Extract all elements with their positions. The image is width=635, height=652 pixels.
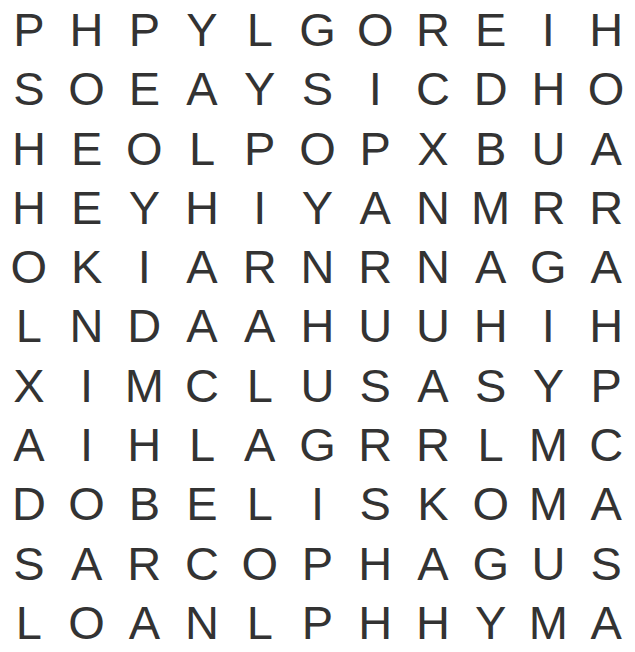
grid-cell-r1c11[interactable]: H — [577, 0, 635, 59]
grid-cell-r9c10[interactable]: M — [520, 474, 578, 533]
grid-cell-r2c5[interactable]: Y — [231, 59, 289, 118]
grid-cell-r1c5[interactable]: L — [231, 0, 289, 59]
grid-cell-r1c4[interactable]: Y — [173, 0, 231, 59]
grid-cell-r5c9[interactable]: A — [462, 237, 520, 296]
grid-cell-r8c11[interactable]: C — [577, 415, 635, 474]
grid-cell-r10c3[interactable]: R — [115, 533, 173, 592]
grid-cell-r9c9[interactable]: O — [462, 474, 520, 533]
grid-cell-r2c11[interactable]: O — [577, 59, 635, 118]
grid-cell-r9c2[interactable]: O — [58, 474, 116, 533]
grid-cell-r9c8[interactable]: K — [404, 474, 462, 533]
grid-cell-r6c11[interactable]: H — [577, 296, 635, 355]
grid-cell-r3c7[interactable]: P — [346, 119, 404, 178]
grid-cell-r5c7[interactable]: R — [346, 237, 404, 296]
grid-cell-r8c6[interactable]: G — [289, 415, 347, 474]
grid-cell-r1c1[interactable]: P — [0, 0, 58, 59]
grid-cell-r6c2[interactable]: N — [58, 296, 116, 355]
grid-cell-r4c10[interactable]: R — [520, 178, 578, 237]
grid-cell-r5c2[interactable]: K — [58, 237, 116, 296]
grid-cell-r4c6[interactable]: Y — [289, 178, 347, 237]
grid-cell-r3c2[interactable]: E — [58, 119, 116, 178]
grid-cell-r1c2[interactable]: H — [58, 0, 116, 59]
grid-cell-r11c6[interactable]: P — [289, 593, 347, 652]
grid-cell-r2c7[interactable]: I — [346, 59, 404, 118]
grid-cell-r9c3[interactable]: B — [115, 474, 173, 533]
grid-cell-r10c1[interactable]: S — [0, 533, 58, 592]
grid-cell-r7c6[interactable]: U — [289, 356, 347, 415]
grid-cell-r4c7[interactable]: A — [346, 178, 404, 237]
grid-cell-r2c2[interactable]: O — [58, 59, 116, 118]
grid-cell-r7c11[interactable]: P — [577, 356, 635, 415]
grid-cell-r5c3[interactable]: I — [115, 237, 173, 296]
grid-cell-r2c4[interactable]: A — [173, 59, 231, 118]
grid-cell-r1c3[interactable]: P — [115, 0, 173, 59]
grid-cell-r5c1[interactable]: O — [0, 237, 58, 296]
grid-cell-r8c1[interactable]: A — [0, 415, 58, 474]
grid-cell-r4c1[interactable]: H — [0, 178, 58, 237]
grid-cell-r3c11[interactable]: A — [577, 119, 635, 178]
grid-cell-r6c1[interactable]: L — [0, 296, 58, 355]
grid-cell-r2c6[interactable]: S — [289, 59, 347, 118]
grid-cell-r3c1[interactable]: H — [0, 119, 58, 178]
grid-cell-r2c3[interactable]: E — [115, 59, 173, 118]
grid-cell-r4c3[interactable]: Y — [115, 178, 173, 237]
grid-cell-r4c5[interactable]: I — [231, 178, 289, 237]
grid-cell-r6c9[interactable]: H — [462, 296, 520, 355]
grid-cell-r7c5[interactable]: L — [231, 356, 289, 415]
grid-cell-r7c9[interactable]: S — [462, 356, 520, 415]
grid-cell-r8c8[interactable]: R — [404, 415, 462, 474]
grid-cell-r7c8[interactable]: A — [404, 356, 462, 415]
grid-cell-r8c10[interactable]: M — [520, 415, 578, 474]
grid-cell-r9c1[interactable]: D — [0, 474, 58, 533]
grid-cell-r7c4[interactable]: C — [173, 356, 231, 415]
grid-cell-r3c5[interactable]: P — [231, 119, 289, 178]
grid-cell-r11c8[interactable]: H — [404, 593, 462, 652]
grid-cell-r7c10[interactable]: Y — [520, 356, 578, 415]
grid-cell-r8c3[interactable]: H — [115, 415, 173, 474]
grid-cell-r8c9[interactable]: L — [462, 415, 520, 474]
grid-cell-r4c8[interactable]: N — [404, 178, 462, 237]
grid-cell-r1c9[interactable]: E — [462, 0, 520, 59]
grid-cell-r5c4[interactable]: A — [173, 237, 231, 296]
grid-cell-r10c2[interactable]: A — [58, 533, 116, 592]
grid-cell-r7c2[interactable]: I — [58, 356, 116, 415]
grid-cell-r7c3[interactable]: M — [115, 356, 173, 415]
grid-cell-r3c9[interactable]: B — [462, 119, 520, 178]
grid-cell-r11c2[interactable]: O — [58, 593, 116, 652]
grid-cell-r11c4[interactable]: N — [173, 593, 231, 652]
grid-cell-r6c8[interactable]: U — [404, 296, 462, 355]
grid-cell-r11c10[interactable]: M — [520, 593, 578, 652]
grid-cell-r2c9[interactable]: D — [462, 59, 520, 118]
word-search-board: PHPYLGOREIHSOEAYSICDHOHEOLPOPXBUAHEYHIYA… — [0, 0, 635, 652]
grid-cell-r11c3[interactable]: A — [115, 593, 173, 652]
grid-cell-r10c7[interactable]: H — [346, 533, 404, 592]
grid-cell-r10c5[interactable]: O — [231, 533, 289, 592]
grid-cell-r2c1[interactable]: S — [0, 59, 58, 118]
grid-cell-r9c4[interactable]: E — [173, 474, 231, 533]
grid-cell-r9c11[interactable]: A — [577, 474, 635, 533]
grid-cell-r4c4[interactable]: H — [173, 178, 231, 237]
grid-cell-r1c8[interactable]: R — [404, 0, 462, 59]
grid-cell-r6c5[interactable]: A — [231, 296, 289, 355]
grid-cell-r8c4[interactable]: L — [173, 415, 231, 474]
grid-cell-r6c3[interactable]: D — [115, 296, 173, 355]
grid-cell-r5c5[interactable]: R — [231, 237, 289, 296]
grid-cell-r6c6[interactable]: H — [289, 296, 347, 355]
grid-cell-r3c6[interactable]: O — [289, 119, 347, 178]
grid-cell-r10c4[interactable]: C — [173, 533, 231, 592]
grid-cell-r1c10[interactable]: I — [520, 0, 578, 59]
grid-cell-r2c10[interactable]: H — [520, 59, 578, 118]
grid-cell-r8c7[interactable]: R — [346, 415, 404, 474]
grid-cell-r11c9[interactable]: Y — [462, 593, 520, 652]
grid-cell-r9c5[interactable]: L — [231, 474, 289, 533]
grid-cell-r5c8[interactable]: N — [404, 237, 462, 296]
grid-cell-r8c5[interactable]: A — [231, 415, 289, 474]
grid-cell-r5c11[interactable]: A — [577, 237, 635, 296]
grid-cell-r11c5[interactable]: L — [231, 593, 289, 652]
grid-cell-r9c6[interactable]: I — [289, 474, 347, 533]
grid-cell-r7c7[interactable]: S — [346, 356, 404, 415]
grid-cell-r4c2[interactable]: E — [58, 178, 116, 237]
grid-cell-r3c8[interactable]: X — [404, 119, 462, 178]
grid-cell-r11c11[interactable]: A — [577, 593, 635, 652]
grid-cell-r10c6[interactable]: P — [289, 533, 347, 592]
grid-cell-r10c10[interactable]: U — [520, 533, 578, 592]
grid-cell-r6c10[interactable]: I — [520, 296, 578, 355]
grid-cell-r7c1[interactable]: X — [0, 356, 58, 415]
grid-cell-r3c4[interactable]: L — [173, 119, 231, 178]
grid-cell-r10c11[interactable]: S — [577, 533, 635, 592]
grid-cell-r1c7[interactable]: O — [346, 0, 404, 59]
grid-cell-r3c3[interactable]: O — [115, 119, 173, 178]
grid-cell-r1c6[interactable]: G — [289, 0, 347, 59]
grid-cell-r2c8[interactable]: C — [404, 59, 462, 118]
grid-cell-r6c4[interactable]: A — [173, 296, 231, 355]
grid-cell-r5c10[interactable]: G — [520, 237, 578, 296]
grid-cell-r11c1[interactable]: L — [0, 593, 58, 652]
grid-cell-r4c11[interactable]: R — [577, 178, 635, 237]
grid-cell-r10c9[interactable]: G — [462, 533, 520, 592]
grid-cell-r3c10[interactable]: U — [520, 119, 578, 178]
grid-cell-r5c6[interactable]: N — [289, 237, 347, 296]
grid-cell-r8c2[interactable]: I — [58, 415, 116, 474]
grid-cell-r11c7[interactable]: H — [346, 593, 404, 652]
grid-cell-r4c9[interactable]: M — [462, 178, 520, 237]
grid-cell-r9c7[interactable]: S — [346, 474, 404, 533]
grid-cell-r6c7[interactable]: U — [346, 296, 404, 355]
grid-cell-r10c8[interactable]: A — [404, 533, 462, 592]
